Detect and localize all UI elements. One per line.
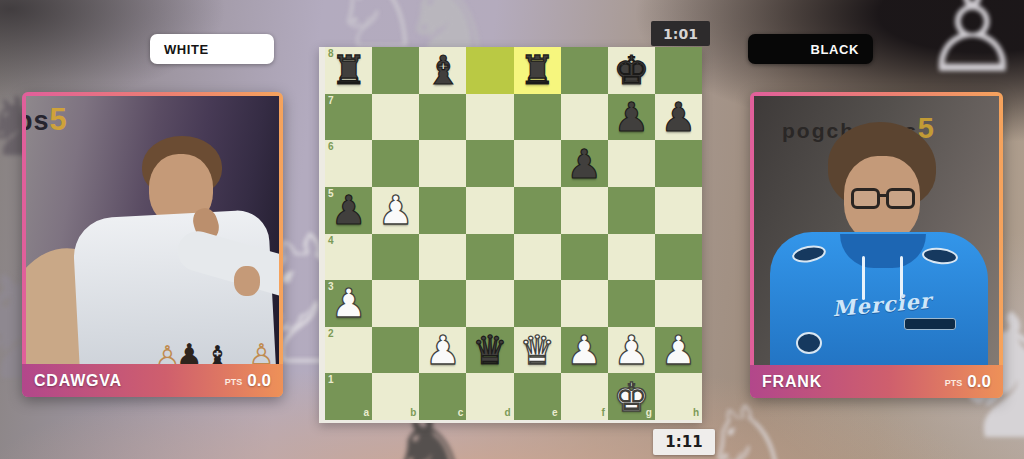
square-c2: ♟ xyxy=(419,327,466,374)
file-label-g: g xyxy=(646,408,652,418)
file-label-e: e xyxy=(552,408,558,418)
black-clock-time: 1:01 xyxy=(663,26,698,42)
black-player-name: FRANK xyxy=(762,373,822,391)
square-a5: 5♟ xyxy=(325,187,372,234)
black-player-card: pogchamps5 Mercier FRANK PTS 0.0 xyxy=(750,92,1003,398)
square-b6 xyxy=(372,140,419,187)
square-b4 xyxy=(372,234,419,281)
black-rook-icon: ♜ xyxy=(331,50,367,90)
white-king-icon: ♚ xyxy=(613,377,649,417)
table-chess-piece-icon: ♝ xyxy=(204,342,231,364)
pts-label: PTS xyxy=(225,377,243,387)
square-a8: 8♜ xyxy=(325,47,372,94)
white-pawn-icon: ♟ xyxy=(613,330,649,370)
stream-overlay: ♘ ♞ ♘ ♞ ♞ ♞ ♘ ♞ ♙ WHITE BLACK ps5 ♟ ♝ ♙ … xyxy=(0,0,1024,459)
white-pawn-icon: ♟ xyxy=(661,330,697,370)
white-pawn-icon: ♟ xyxy=(566,330,602,370)
pts-label: PTS xyxy=(945,378,963,388)
square-g4 xyxy=(608,234,655,281)
black-queen-icon: ♛ xyxy=(472,330,508,370)
square-c8: ♝ xyxy=(419,47,466,94)
square-e5 xyxy=(514,187,561,234)
white-player-points: 0.0 xyxy=(247,371,271,391)
square-h5 xyxy=(655,187,702,234)
square-c1: c xyxy=(419,373,466,420)
black-player-points: 0.0 xyxy=(967,372,991,392)
white-side-label: WHITE xyxy=(150,34,274,64)
square-d5 xyxy=(466,187,513,234)
square-a7: 7 xyxy=(325,94,372,141)
square-h4 xyxy=(655,234,702,281)
white-pawn-icon: ♟ xyxy=(378,190,414,230)
black-pawn-icon: ♟ xyxy=(613,97,649,137)
square-d1: d xyxy=(466,373,513,420)
file-label-d: d xyxy=(504,408,510,418)
square-d8 xyxy=(466,47,513,94)
white-pawn-icon: ♟ xyxy=(331,283,367,323)
square-g7: ♟ xyxy=(608,94,655,141)
rank-label-1: 1 xyxy=(328,375,334,385)
square-b7 xyxy=(372,94,419,141)
black-pawn-icon: ♟ xyxy=(566,144,602,184)
hoodie-patch xyxy=(904,318,956,330)
white-player-card: ps5 ♟ ♝ ♙ ♙ CDAWGVA PTS 0.0 xyxy=(22,92,283,397)
square-g8: ♚ xyxy=(608,47,655,94)
table-chess-piece-icon: ♙ xyxy=(248,340,275,364)
square-b3 xyxy=(372,280,419,327)
square-e7 xyxy=(514,94,561,141)
square-d6 xyxy=(466,140,513,187)
square-d4 xyxy=(466,234,513,281)
white-player-hand xyxy=(234,266,260,296)
square-f4 xyxy=(561,234,608,281)
square-f6: ♟ xyxy=(561,140,608,187)
square-e6 xyxy=(514,140,561,187)
white-player-name: CDAWGVA xyxy=(34,372,122,390)
rank-label-6: 6 xyxy=(328,142,334,152)
white-player-namebar: CDAWGVA PTS 0.0 xyxy=(22,364,283,397)
square-b2 xyxy=(372,327,419,374)
square-e2: ♛ xyxy=(514,327,561,374)
square-g6 xyxy=(608,140,655,187)
square-c7 xyxy=(419,94,466,141)
white-player-score: PTS 0.0 xyxy=(225,371,271,391)
square-e8: ♜ xyxy=(514,47,561,94)
square-f5 xyxy=(561,187,608,234)
square-a3: 3♟ xyxy=(325,280,372,327)
file-label-h: h xyxy=(693,408,699,418)
square-h8 xyxy=(655,47,702,94)
square-g1: g♚ xyxy=(608,373,655,420)
chess-board-panel: 8♜♝♜♚7♟♟6♟5♟♟43♟2♟♛♛♟♟♟1abcdefg♚h xyxy=(319,47,702,423)
square-f8 xyxy=(561,47,608,94)
black-bishop-icon: ♝ xyxy=(425,50,461,90)
rank-label-5: 5 xyxy=(328,189,334,199)
square-c4 xyxy=(419,234,466,281)
square-f2: ♟ xyxy=(561,327,608,374)
glasses-icon xyxy=(886,188,915,209)
square-a4: 4 xyxy=(325,234,372,281)
white-player-video: ps5 ♟ ♝ ♙ ♙ xyxy=(26,96,279,364)
square-f1: f xyxy=(561,373,608,420)
chess-board: 8♜♝♜♚7♟♟6♟5♟♟43♟2♟♛♛♟♟♟1abcdefg♚h xyxy=(325,47,702,420)
rank-label-4: 4 xyxy=(328,236,334,246)
square-e3 xyxy=(514,280,561,327)
square-d3 xyxy=(466,280,513,327)
square-c5 xyxy=(419,187,466,234)
square-f7 xyxy=(561,94,608,141)
black-side-label: BLACK xyxy=(748,34,873,64)
square-c6 xyxy=(419,140,466,187)
square-b5: ♟ xyxy=(372,187,419,234)
square-e1: e xyxy=(514,373,561,420)
rank-label-7: 7 xyxy=(328,96,334,106)
file-label-c: c xyxy=(458,408,464,418)
square-h3 xyxy=(655,280,702,327)
square-d7 xyxy=(466,94,513,141)
glasses-icon xyxy=(851,188,880,209)
black-clock: 1:01 xyxy=(651,21,710,46)
black-rook-icon: ♜ xyxy=(519,50,555,90)
hoodie-patch xyxy=(796,332,822,354)
rank-label-3: 3 xyxy=(328,282,334,292)
black-player-namebar: FRANK PTS 0.0 xyxy=(750,365,1003,398)
decor-pawn-icon: ♙ xyxy=(922,0,1022,88)
table-chess-piece-icon: ♙ xyxy=(154,342,181,364)
event-logo: ps5 xyxy=(26,102,68,138)
square-h2: ♟ xyxy=(655,327,702,374)
white-pawn-icon: ♟ xyxy=(425,330,461,370)
black-king-icon: ♚ xyxy=(613,50,649,90)
square-b8 xyxy=(372,47,419,94)
square-c3 xyxy=(419,280,466,327)
white-clock-time: 1:11 xyxy=(665,433,702,451)
square-g5 xyxy=(608,187,655,234)
square-d2: ♛ xyxy=(466,327,513,374)
event-logo-accent: 5 xyxy=(50,102,68,137)
square-e4 xyxy=(514,234,561,281)
square-g3 xyxy=(608,280,655,327)
file-label-a: a xyxy=(364,408,370,418)
white-clock: 1:11 xyxy=(653,429,715,455)
glasses-bridge xyxy=(878,194,888,197)
white-side-label-text: WHITE xyxy=(164,42,209,57)
file-label-f: f xyxy=(601,408,604,418)
black-player-video: pogchamps5 Mercier xyxy=(754,96,999,365)
square-g2: ♟ xyxy=(608,327,655,374)
square-f3 xyxy=(561,280,608,327)
white-queen-icon: ♛ xyxy=(519,330,555,370)
square-h6 xyxy=(655,140,702,187)
rank-label-8: 8 xyxy=(328,49,334,59)
square-h1: h xyxy=(655,373,702,420)
file-label-b: b xyxy=(410,408,416,418)
rank-label-2: 2 xyxy=(328,329,334,339)
square-b1: b xyxy=(372,373,419,420)
square-a2: 2 xyxy=(325,327,372,374)
event-logo-text: ps xyxy=(26,106,50,136)
black-side-label-text: BLACK xyxy=(811,42,860,57)
square-h7: ♟ xyxy=(655,94,702,141)
black-player-score: PTS 0.0 xyxy=(945,372,991,392)
square-a1: 1a xyxy=(325,373,372,420)
black-pawn-icon: ♟ xyxy=(661,97,697,137)
square-a6: 6 xyxy=(325,140,372,187)
black-pawn-icon: ♟ xyxy=(331,190,367,230)
